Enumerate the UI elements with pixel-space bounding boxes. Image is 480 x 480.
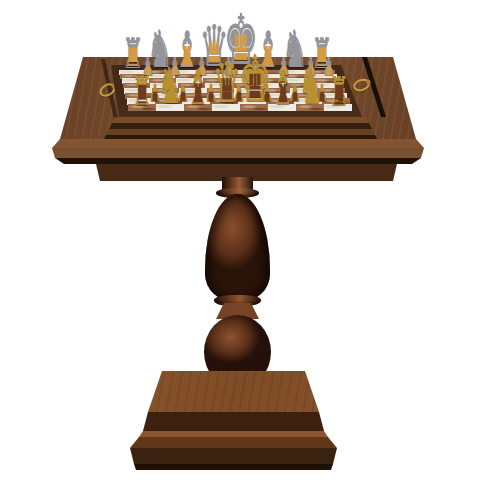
piece-white-rook-h1: ♜♜ — [321, 71, 357, 111]
chess-table-photo: ♜♜♞♞♝♝♛♛♚♚♝♝♞♞♜♜♟♟♟♟♟♟♟♟♟♟♟♟♟♟♟♟♟♟♟♟♟♟♟♟… — [0, 0, 480, 480]
